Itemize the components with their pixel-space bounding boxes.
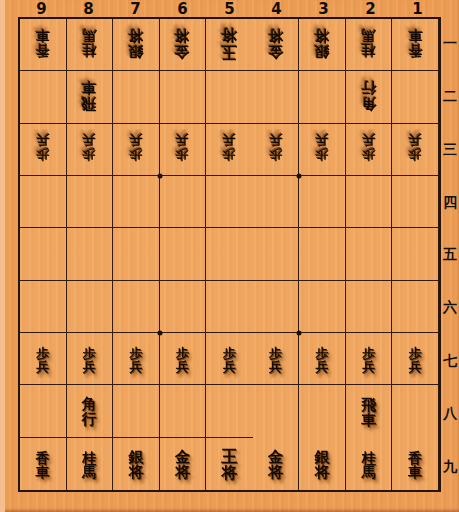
piece-kanji: 歩 <box>409 148 422 161</box>
rank-label-9: 九 <box>441 439 459 492</box>
board-cell-5八[interactable] <box>206 385 253 437</box>
board-cell-9五[interactable] <box>20 228 67 280</box>
piece-kanji: 桂 <box>362 451 376 465</box>
board-cell-5三[interactable]: 歩兵 <box>206 124 253 176</box>
piece-kanji: 車 <box>408 29 422 43</box>
board-cell-2四[interactable] <box>346 176 393 228</box>
rank-label-1: 一 <box>441 17 459 70</box>
star-point <box>297 173 302 178</box>
board-cell-1一[interactable]: 香車 <box>392 19 439 71</box>
shogi-piece-玉将-gote[interactable]: 玉将 <box>209 21 249 69</box>
board-cell-1三[interactable]: 歩兵 <box>392 124 439 176</box>
shogi-piece-桂馬-gote[interactable]: 桂馬 <box>352 23 385 67</box>
piece-kanji: 歩 <box>269 148 282 161</box>
piece-kanji: 歩 <box>223 347 236 360</box>
shogi-piece-歩兵-sente[interactable]: 歩兵 <box>307 339 337 379</box>
rank-label-3: 三 <box>441 123 459 176</box>
board-cell-6五[interactable] <box>160 228 207 280</box>
shogi-piece-歩兵-sente[interactable]: 歩兵 <box>167 339 197 379</box>
shogi-app: 987654321 一二三四五六七八九 香車桂馬銀将金将玉将金将銀将桂馬香車飛車… <box>0 0 459 512</box>
piece-kanji: 兵 <box>176 135 189 148</box>
shogi-piece-歩兵-gote[interactable]: 歩兵 <box>354 129 384 169</box>
shogi-piece-銀将-gote[interactable]: 銀将 <box>118 22 154 68</box>
piece-kanji: 将 <box>268 465 283 480</box>
piece-kanji: 将 <box>221 27 237 43</box>
board-cell-4六[interactable] <box>253 281 300 333</box>
board-cell-9九[interactable]: 香車 <box>20 438 67 490</box>
board-cell-3七[interactable]: 歩兵 <box>299 333 346 385</box>
board-cell-6三[interactable]: 歩兵 <box>160 124 207 176</box>
piece-kanji: 歩 <box>36 347 49 360</box>
board-cell-4五[interactable] <box>253 228 300 280</box>
board-cell-1五[interactable] <box>392 228 439 280</box>
board-cell-9三[interactable]: 歩兵 <box>20 124 67 176</box>
piece-kanji: 桂 <box>82 451 96 465</box>
piece-kanji: 玉 <box>221 43 237 59</box>
piece-kanji: 兵 <box>362 135 375 148</box>
board-cell-4三[interactable]: 歩兵 <box>253 124 300 176</box>
piece-kanji: 歩 <box>83 347 96 360</box>
piece-kanji: 馬 <box>82 465 96 479</box>
board-cell-8五[interactable] <box>67 228 114 280</box>
shogi-piece-飛車-gote[interactable]: 飛車 <box>71 74 107 120</box>
shogi-piece-金将-sente[interactable]: 金将 <box>164 441 200 487</box>
shogi-piece-銀将-sente[interactable]: 銀将 <box>304 441 340 487</box>
piece-kanji: 兵 <box>36 360 49 373</box>
board-cell-2五[interactable] <box>346 228 393 280</box>
piece-kanji: 香 <box>36 43 50 57</box>
piece-kanji: 兵 <box>223 360 236 373</box>
piece-kanji: 将 <box>175 28 190 43</box>
piece-kanji: 兵 <box>176 360 189 373</box>
piece-kanji: 馬 <box>82 29 96 43</box>
piece-kanji: 兵 <box>129 360 142 373</box>
rank-label-6: 六 <box>441 281 459 334</box>
shogi-piece-角行-gote[interactable]: 角行 <box>351 74 387 120</box>
board-cell-3二[interactable] <box>299 71 346 123</box>
board-cell-3四[interactable] <box>299 176 346 228</box>
board-cell-6六[interactable] <box>160 281 207 333</box>
shogi-piece-歩兵-sente[interactable]: 歩兵 <box>28 339 58 379</box>
file-label-4: 4 <box>253 0 300 17</box>
piece-kanji: 馬 <box>362 465 376 479</box>
board-cell-7七[interactable]: 歩兵 <box>113 333 160 385</box>
board-cell-7九[interactable]: 銀将 <box>113 438 160 490</box>
piece-kanji: 行 <box>82 412 97 427</box>
piece-kanji: 歩 <box>83 148 96 161</box>
piece-kanji: 歩 <box>316 347 329 360</box>
shogi-piece-銀将-gote[interactable]: 銀将 <box>304 22 340 68</box>
board-cell-3六[interactable] <box>299 281 346 333</box>
board-cell-4九[interactable]: 金将 <box>253 438 300 490</box>
board-cell-8七[interactable]: 歩兵 <box>67 333 114 385</box>
rank-labels: 一二三四五六七八九 <box>441 17 459 492</box>
piece-kanji: 将 <box>128 465 143 480</box>
board-cell-1六[interactable] <box>392 281 439 333</box>
piece-kanji: 車 <box>36 465 50 479</box>
shogi-board[interactable]: 香車桂馬銀将金将玉将金将銀将桂馬香車飛車角行歩兵歩兵歩兵歩兵歩兵歩兵歩兵歩兵歩兵… <box>18 17 441 492</box>
star-point <box>157 173 162 178</box>
file-label-9: 9 <box>18 0 65 17</box>
piece-kanji: 兵 <box>316 360 329 373</box>
shogi-piece-金将-gote[interactable]: 金将 <box>164 22 200 68</box>
shogi-piece-香車-gote[interactable]: 香車 <box>26 23 59 67</box>
board-cell-2八[interactable]: 飛車 <box>346 385 393 437</box>
piece-kanji: 兵 <box>223 135 236 148</box>
piece-kanji: 歩 <box>36 148 49 161</box>
piece-kanji: 金 <box>268 43 283 58</box>
shogi-piece-歩兵-sente[interactable]: 歩兵 <box>214 339 244 379</box>
shogi-piece-歩兵-gote[interactable]: 歩兵 <box>214 129 244 169</box>
piece-kanji: 飛 <box>82 95 97 110</box>
shogi-piece-銀将-sente[interactable]: 銀将 <box>118 441 154 487</box>
shogi-piece-歩兵-sente[interactable]: 歩兵 <box>74 339 104 379</box>
shogi-piece-歩兵-sente[interactable]: 歩兵 <box>121 339 151 379</box>
board-cell-7二[interactable] <box>113 71 160 123</box>
piece-kanji: 車 <box>36 29 50 43</box>
piece-kanji: 兵 <box>409 360 422 373</box>
piece-kanji: 歩 <box>129 148 142 161</box>
board-cell-7一[interactable]: 銀将 <box>113 19 160 71</box>
board-cell-5一[interactable]: 玉将 <box>206 19 253 71</box>
piece-kanji: 歩 <box>362 347 375 360</box>
rank-label-4: 四 <box>441 175 459 228</box>
board-cell-2六[interactable] <box>346 281 393 333</box>
shogi-piece-歩兵-sente[interactable]: 歩兵 <box>354 339 384 379</box>
board-cell-1七[interactable]: 歩兵 <box>392 333 439 385</box>
piece-kanji: 金 <box>175 43 190 58</box>
board-cell-4八[interactable] <box>253 385 300 437</box>
board-cell-7八[interactable] <box>113 385 160 437</box>
piece-kanji: 車 <box>408 465 422 479</box>
board-cell-1四[interactable] <box>392 176 439 228</box>
board-cell-3三[interactable]: 歩兵 <box>299 124 346 176</box>
board-cell-9二[interactable] <box>20 71 67 123</box>
shogi-piece-王将-sente[interactable]: 王将 <box>209 440 249 488</box>
board-cell-2三[interactable]: 歩兵 <box>346 124 393 176</box>
star-point <box>157 331 162 336</box>
piece-kanji: 車 <box>361 413 376 428</box>
board-cell-6一[interactable]: 金将 <box>160 19 207 71</box>
shogi-piece-金将-gote[interactable]: 金将 <box>258 22 294 68</box>
piece-kanji: 将 <box>315 465 330 480</box>
piece-kanji: 兵 <box>409 135 422 148</box>
left-edge-highlight <box>0 0 5 512</box>
board-cell-5九[interactable]: 王将 <box>206 438 253 490</box>
rank-label-8: 八 <box>441 386 459 439</box>
piece-kanji: 馬 <box>362 29 376 43</box>
piece-kanji: 将 <box>315 28 330 43</box>
board-cell-6二[interactable] <box>160 71 207 123</box>
board-cell-7四[interactable] <box>113 176 160 228</box>
piece-kanji: 将 <box>221 465 237 481</box>
file-label-1: 1 <box>394 0 441 17</box>
shogi-piece-歩兵-gote[interactable]: 歩兵 <box>28 129 58 169</box>
board-cell-8八[interactable]: 角行 <box>67 385 114 437</box>
piece-kanji: 銀 <box>128 43 143 58</box>
board-cell-9四[interactable] <box>20 176 67 228</box>
board-cell-8三[interactable]: 歩兵 <box>67 124 114 176</box>
piece-kanji: 香 <box>408 43 422 57</box>
rank-label-5: 五 <box>441 228 459 281</box>
piece-kanji: 銀 <box>315 43 330 58</box>
piece-kanji: 歩 <box>316 148 329 161</box>
piece-kanji: 将 <box>268 28 283 43</box>
board-cell-8六[interactable] <box>67 281 114 333</box>
board-cell-9六[interactable] <box>20 281 67 333</box>
shogi-piece-香車-sente[interactable]: 香車 <box>399 442 432 486</box>
board-cell-8九[interactable]: 桂馬 <box>67 438 114 490</box>
piece-kanji: 歩 <box>129 347 142 360</box>
board-cell-1八[interactable] <box>392 385 439 437</box>
file-label-8: 8 <box>65 0 112 17</box>
piece-kanji: 歩 <box>409 347 422 360</box>
board-cell-2二[interactable]: 角行 <box>346 71 393 123</box>
shogi-piece-角行-sente[interactable]: 角行 <box>71 388 107 434</box>
board-cell-6四[interactable] <box>160 176 207 228</box>
board-cell-6七[interactable]: 歩兵 <box>160 333 207 385</box>
board-cell-5二[interactable] <box>206 71 253 123</box>
board-cell-5六[interactable] <box>206 281 253 333</box>
board-cell-1九[interactable]: 香車 <box>392 438 439 490</box>
piece-kanji: 兵 <box>83 135 96 148</box>
piece-kanji: 兵 <box>362 360 375 373</box>
board-cell-4二[interactable] <box>253 71 300 123</box>
piece-kanji: 兵 <box>316 135 329 148</box>
piece-kanji: 歩 <box>362 148 375 161</box>
file-label-3: 3 <box>300 0 347 17</box>
shogi-piece-桂馬-sente[interactable]: 桂馬 <box>73 442 106 486</box>
piece-kanji: 車 <box>82 80 97 95</box>
board-cell-3八[interactable] <box>299 385 346 437</box>
shogi-piece-歩兵-gote[interactable]: 歩兵 <box>74 129 104 169</box>
piece-kanji: 将 <box>175 465 190 480</box>
shogi-piece-桂馬-gote[interactable]: 桂馬 <box>73 23 106 67</box>
board-cell-6八[interactable] <box>160 385 207 437</box>
file-label-2: 2 <box>347 0 394 17</box>
board-cell-2九[interactable]: 桂馬 <box>346 438 393 490</box>
board-cell-7三[interactable]: 歩兵 <box>113 124 160 176</box>
board-cell-4一[interactable]: 金将 <box>253 19 300 71</box>
rank-label-7: 七 <box>441 334 459 387</box>
board-cell-9七[interactable]: 歩兵 <box>20 333 67 385</box>
board-cell-7六[interactable] <box>113 281 160 333</box>
shogi-piece-歩兵-gote[interactable]: 歩兵 <box>307 129 337 169</box>
board-cell-2七[interactable]: 歩兵 <box>346 333 393 385</box>
piece-kanji: 歩 <box>176 148 189 161</box>
board-cell-9八[interactable] <box>20 385 67 437</box>
board-cell-3九[interactable]: 銀将 <box>299 438 346 490</box>
piece-kanji: 兵 <box>36 135 49 148</box>
file-label-5: 5 <box>206 0 253 17</box>
board-cell-2一[interactable]: 桂馬 <box>346 19 393 71</box>
piece-kanji: 将 <box>128 28 143 43</box>
star-point <box>297 331 302 336</box>
board-cell-4四[interactable] <box>253 176 300 228</box>
shogi-piece-金将-sente[interactable]: 金将 <box>258 441 294 487</box>
piece-kanji: 香 <box>36 451 50 465</box>
file-label-6: 6 <box>159 0 206 17</box>
shogi-piece-香車-gote[interactable]: 香車 <box>399 23 432 67</box>
shogi-piece-歩兵-gote[interactable]: 歩兵 <box>261 129 291 169</box>
board-cell-5七[interactable]: 歩兵 <box>206 333 253 385</box>
board-cell-7五[interactable] <box>113 228 160 280</box>
shogi-piece-歩兵-sente[interactable]: 歩兵 <box>400 339 430 379</box>
board-cell-1二[interactable] <box>392 71 439 123</box>
board-cell-6九[interactable]: 金将 <box>160 438 207 490</box>
board-cell-9一[interactable]: 香車 <box>20 19 67 71</box>
shogi-piece-歩兵-gote[interactable]: 歩兵 <box>400 129 430 169</box>
shogi-piece-桂馬-sente[interactable]: 桂馬 <box>352 442 385 486</box>
shogi-piece-香車-sente[interactable]: 香車 <box>26 442 59 486</box>
board-cell-3五[interactable] <box>299 228 346 280</box>
board-cell-8四[interactable] <box>67 176 114 228</box>
rank-label-2: 二 <box>441 70 459 123</box>
board-cell-5五[interactable] <box>206 228 253 280</box>
piece-kanji: 兵 <box>129 135 142 148</box>
shogi-piece-飛車-sente[interactable]: 飛車 <box>351 388 387 434</box>
piece-kanji: 桂 <box>362 43 376 57</box>
piece-kanji: 角 <box>361 95 376 110</box>
shogi-piece-歩兵-sente[interactable]: 歩兵 <box>261 339 291 379</box>
piece-kanji: 歩 <box>269 347 282 360</box>
board-cell-8一[interactable]: 桂馬 <box>67 19 114 71</box>
board-cell-3一[interactable]: 銀将 <box>299 19 346 71</box>
file-labels: 987654321 <box>18 0 441 17</box>
piece-kanji: 歩 <box>223 148 236 161</box>
piece-kanji: 香 <box>408 451 422 465</box>
piece-kanji: 歩 <box>176 347 189 360</box>
board-cell-8二[interactable]: 飛車 <box>67 71 114 123</box>
shogi-piece-歩兵-gote[interactable]: 歩兵 <box>167 129 197 169</box>
piece-kanji: 行 <box>361 80 376 95</box>
board-cell-4七[interactable]: 歩兵 <box>253 333 300 385</box>
piece-kanji: 桂 <box>82 43 96 57</box>
shogi-piece-歩兵-gote[interactable]: 歩兵 <box>121 129 151 169</box>
piece-kanji: 兵 <box>269 360 282 373</box>
piece-kanji: 兵 <box>83 360 96 373</box>
board-cell-5四[interactable] <box>206 176 253 228</box>
file-label-7: 7 <box>112 0 159 17</box>
piece-kanji: 兵 <box>269 135 282 148</box>
